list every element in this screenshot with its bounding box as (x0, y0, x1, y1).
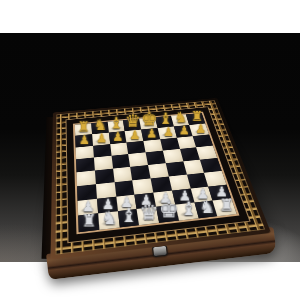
square-b6[interactable] (93, 144, 111, 158)
square-h4[interactable] (200, 158, 222, 173)
board-squares: ♜♞♝♛♚♝♞♜♟♟♟♟♟♟♟♟♟♟♟♟♟♟♟♟♜♞♝♛♚♝♞♜ (73, 112, 240, 235)
square-c5[interactable] (111, 154, 130, 168)
inner-frame: ♜♞♝♛♚♝♞♜♟♟♟♟♟♟♟♟♟♟♟♟♟♟♟♟♜♞♝♛♚♝♞♜ (66, 107, 251, 244)
photo-canvas: ♜♞♝♛♚♝♞♜♟♟♟♟♟♟♟♟♟♟♟♟♟♟♟♟♜♞♝♛♚♝♞♜ (0, 0, 300, 300)
board-top-surface: ♜♞♝♛♚♝♞♜♟♟♟♟♟♟♟♟♟♟♟♟♟♟♟♟♜♞♝♛♚♝♞♜ (51, 98, 272, 260)
square-a1[interactable]: ♜ (78, 214, 99, 233)
black-pawn-a7[interactable]: ♟ (74, 133, 95, 145)
square-d5[interactable] (128, 152, 148, 166)
square-a6[interactable] (76, 146, 94, 160)
square-c4[interactable] (113, 167, 133, 182)
white-rook-a1[interactable]: ♜ (76, 213, 101, 230)
square-a7[interactable]: ♟ (75, 134, 93, 147)
photo-background: ♜♞♝♛♚♝♞♜♟♟♟♟♟♟♟♟♟♟♟♟♟♟♟♟♜♞♝♛♚♝♞♜ (0, 33, 300, 262)
square-h5[interactable] (196, 146, 217, 160)
chess-board-box: ♜♞♝♛♚♝♞♜♟♟♟♟♟♟♟♟♟♟♟♟♟♟♟♟♜♞♝♛♚♝♞♜ (51, 98, 272, 260)
square-a5[interactable] (76, 158, 95, 173)
inlay-border: ♜♞♝♛♚♝♞♜♟♟♟♟♟♟♟♟♟♟♟♟♟♟♟♟♜♞♝♛♚♝♞♜ (55, 100, 265, 254)
square-c6[interactable] (110, 142, 129, 156)
square-b4[interactable] (95, 169, 114, 184)
square-d4[interactable] (130, 165, 150, 180)
square-f5[interactable] (163, 149, 183, 163)
square-f4[interactable] (166, 161, 187, 176)
